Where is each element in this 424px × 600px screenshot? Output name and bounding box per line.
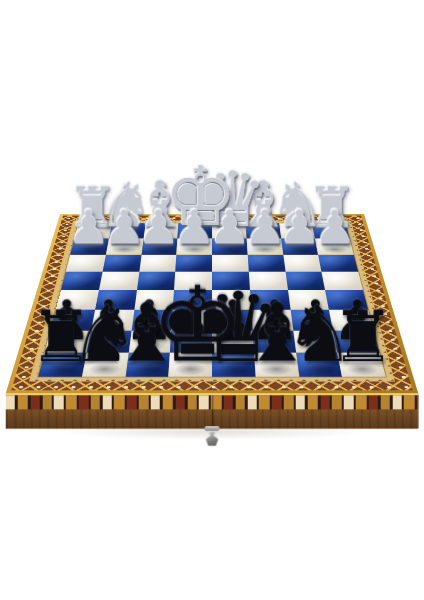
square-c1[interactable]: ♝ — [245, 223, 280, 238]
square-g3[interactable] — [102, 255, 141, 272]
white-pawn-icon: ♟ — [92, 204, 155, 251]
white-pawn-icon: ♟ — [128, 204, 191, 251]
product-photo-canvas: ♜♞♝♚♛♝♞♜♟♟♟♟♟♟♟♟♟♟♟♟♟♟♟♟♜♞♝♚♛♝♞♜ — [0, 0, 424, 600]
piece-shadow — [251, 245, 279, 253]
square-a1[interactable]: ♜ — [312, 223, 349, 238]
piece-shadow — [286, 245, 314, 253]
box-front-panel — [6, 393, 419, 428]
white-pawn-icon: ♟ — [233, 204, 296, 251]
piece-shadow — [182, 230, 208, 238]
squares-grid: ♜♞♝♚♛♝♞♜♟♟♟♟♟♟♟♟♟♟♟♟♟♟♟♟♜♞♝♚♛♝♞♜ — [38, 223, 385, 377]
piece-shadow — [250, 230, 277, 238]
square-d2[interactable]: ♟ — [212, 238, 247, 254]
square-b8[interactable]: ♞ — [296, 353, 343, 377]
white-pawn-icon: ♟ — [57, 204, 120, 251]
piece-shadow — [317, 230, 345, 238]
piece-shadow — [113, 230, 140, 238]
white-pawn-icon: ♟ — [304, 204, 367, 251]
square-d1[interactable]: ♛ — [212, 223, 246, 238]
square-e1[interactable]: ♚ — [178, 223, 212, 238]
square-a2[interactable]: ♟ — [315, 238, 354, 254]
square-a4[interactable] — [322, 272, 363, 290]
square-c3[interactable] — [247, 255, 285, 272]
square-a3[interactable] — [318, 255, 358, 272]
white-pawn-icon: ♟ — [163, 204, 226, 251]
square-g1[interactable]: ♞ — [109, 223, 145, 238]
square-h4[interactable] — [61, 272, 102, 290]
white-bishop-icon: ♝ — [233, 173, 295, 237]
square-e8[interactable]: ♚ — [169, 353, 212, 377]
square-h2[interactable]: ♟ — [70, 238, 109, 254]
white-pawn-icon: ♟ — [268, 204, 331, 251]
square-b2[interactable]: ♟ — [281, 238, 319, 254]
white-queen-icon: ♛ — [198, 161, 260, 237]
square-b1[interactable]: ♞ — [279, 223, 315, 238]
latch-hinge-plate — [205, 426, 219, 431]
box-center-seam — [212, 395, 213, 428]
chess-board: ♜♞♝♚♛♝♞♜♟♟♟♟♟♟♟♟♟♟♟♟♟♟♟♟♜♞♝♚♛♝♞♜ — [6, 214, 419, 393]
square-g2[interactable]: ♟ — [106, 238, 144, 254]
piece-shadow — [147, 230, 174, 238]
box-latch — [204, 428, 221, 446]
white-knight-icon: ♞ — [267, 175, 329, 237]
latch-drop-pull — [204, 431, 221, 446]
piece-shadow — [110, 245, 138, 253]
piece-shadow — [181, 245, 208, 253]
square-h1[interactable]: ♜ — [74, 223, 111, 238]
square-b3[interactable] — [283, 255, 322, 272]
square-e2[interactable]: ♟ — [177, 238, 212, 254]
square-h3[interactable] — [66, 255, 106, 272]
piece-shadow — [216, 230, 242, 238]
piece-shadow — [284, 230, 311, 238]
white-pawn-icon: ♟ — [198, 204, 261, 251]
white-bishop-icon: ♝ — [130, 173, 192, 237]
white-rook-icon: ♜ — [61, 180, 123, 236]
black-king-icon: ♚ — [151, 273, 229, 376]
white-knight-icon: ♞ — [96, 175, 158, 237]
square-c2[interactable]: ♟ — [246, 238, 282, 254]
piece-shadow — [79, 230, 107, 238]
black-knight-icon: ♞ — [281, 296, 359, 374]
square-f1[interactable]: ♝ — [143, 223, 178, 238]
white-rook-icon: ♜ — [301, 180, 363, 236]
piece-shadow — [145, 245, 173, 253]
square-f2[interactable]: ♟ — [141, 238, 177, 254]
white-king-icon: ♚ — [164, 156, 226, 238]
piece-shadow — [75, 245, 104, 253]
piece-shadow — [321, 245, 350, 253]
scene: ♜♞♝♚♛♝♞♜♟♟♟♟♟♟♟♟♟♟♟♟♟♟♟♟♜♞♝♚♛♝♞♜ — [0, 0, 424, 600]
piece-shadow — [216, 245, 243, 253]
